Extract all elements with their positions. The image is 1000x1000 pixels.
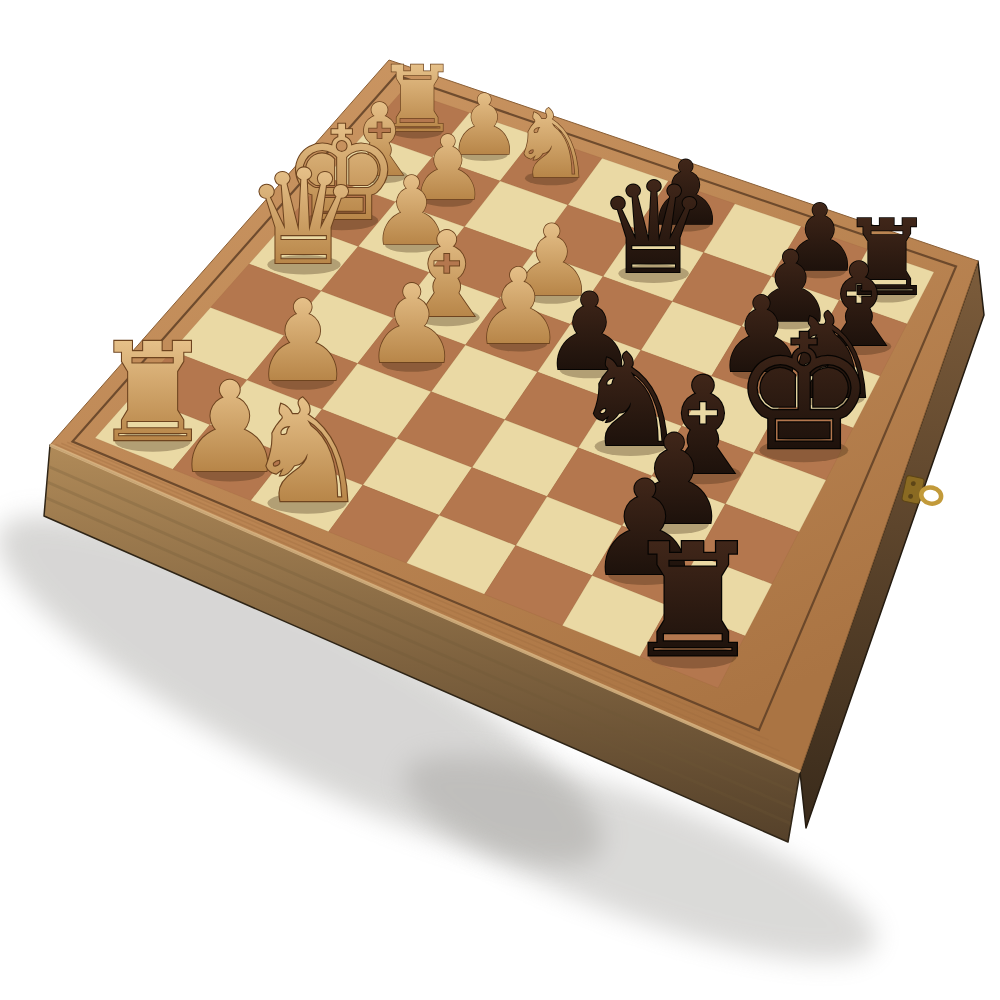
piece-white-pawn-e3[interactable]: ♟ — [363, 261, 460, 388]
chess-scene-canvas: ♜ ♟ ♝ ♞ ♟ ♚ ♟ ♟ ♛ ♟ ♛ ♜ ♟ ♝ ♟ ♟ ♝ ♟ ♟ ♟ … — [0, 0, 1000, 1000]
piece-white-knight-a3[interactable]: ♞ — [509, 89, 594, 199]
piece-white-queen-d1[interactable]: ♛ — [245, 142, 362, 294]
chess-box-photo: ♜ ♟ ♝ ♞ ♟ ♚ ♟ ♟ ♛ ♟ ♛ ♜ ♟ ♝ ♟ ♟ ♝ ♟ ♟ ♟ … — [0, 0, 1000, 1000]
piece-white-knight-h3[interactable]: ♞ — [244, 369, 371, 534]
piece-black-rook-h8[interactable]: ♜ — [623, 510, 763, 692]
